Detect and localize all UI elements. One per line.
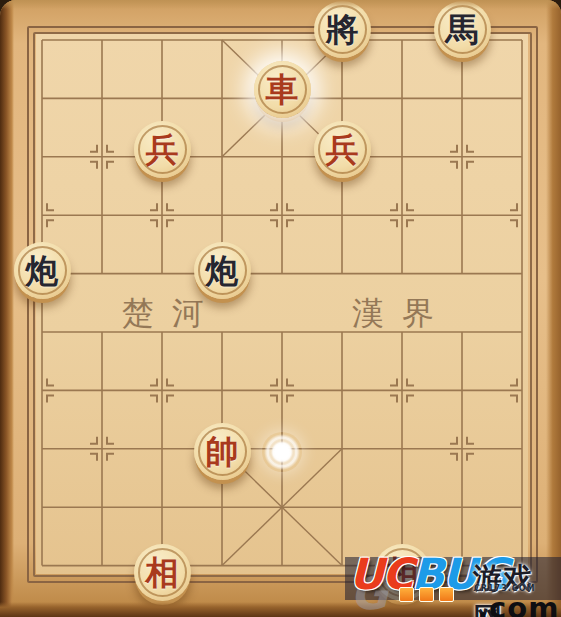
- red-elephant-1[interactable]: 相: [134, 544, 191, 601]
- red-soldier-1[interactable]: 兵: [134, 121, 191, 178]
- piece-layer: 將馬車兵兵炮炮帥相相: [12, 11, 552, 595]
- red-elephant-2[interactable]: 相: [374, 544, 431, 601]
- piece-glyph: 炮: [26, 254, 59, 287]
- red-chariot[interactable]: 車: [254, 61, 311, 118]
- black-cannon-2[interactable]: 炮: [194, 242, 251, 299]
- piece-glyph: 相: [146, 556, 179, 589]
- red-general[interactable]: 帥: [194, 423, 251, 480]
- piece-glyph: 相: [386, 556, 419, 589]
- piece-glyph: 車: [266, 73, 299, 106]
- piece-glyph: 帥: [206, 435, 239, 468]
- black-general[interactable]: 將: [314, 1, 371, 58]
- black-cannon-1[interactable]: 炮: [14, 242, 71, 299]
- piece-glyph: 兵: [146, 133, 179, 166]
- black-horse[interactable]: 馬: [434, 1, 491, 58]
- move-indicator-sparkle[interactable]: [262, 432, 302, 472]
- piece-glyph: 炮: [206, 254, 239, 287]
- piece-glyph: 將: [326, 13, 359, 46]
- piece-glyph: 兵: [326, 133, 359, 166]
- red-soldier-2[interactable]: 兵: [314, 121, 371, 178]
- xiangqi-app-window: 楚河 漢界 將馬車兵兵炮炮帥相相 G UCBUG 游戏网 CR173.COM .…: [0, 0, 561, 617]
- piece-glyph: 馬: [446, 13, 479, 46]
